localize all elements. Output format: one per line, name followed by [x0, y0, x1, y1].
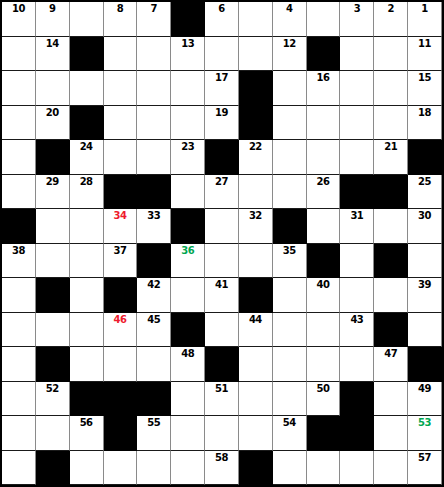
- black-cell-r6c12: [374, 175, 408, 210]
- cell-r3c11[interactable]: [340, 71, 374, 106]
- cell-r11c5[interactable]: [137, 347, 171, 382]
- cell-r3c4[interactable]: [104, 71, 138, 106]
- clue-number-45: 45: [137, 314, 170, 325]
- clue-number-38: 38: [2, 245, 35, 256]
- cell-r9c10[interactable]: 40: [307, 278, 341, 313]
- cell-r3c6[interactable]: [171, 71, 205, 106]
- cell-r7c2[interactable]: [36, 209, 70, 244]
- black-cell-r3c8: [239, 71, 273, 106]
- cell-r11c12[interactable]: 47: [374, 347, 408, 382]
- cell-r10c10[interactable]: [307, 313, 341, 348]
- black-cell-r9c4: [104, 278, 138, 313]
- cell-r5c1[interactable]: [2, 140, 36, 175]
- cell-r6c6[interactable]: [171, 175, 205, 210]
- cell-r10c8[interactable]: 44: [239, 313, 273, 348]
- cell-r10c2[interactable]: [36, 313, 70, 348]
- cell-r3c10[interactable]: 16: [307, 71, 341, 106]
- black-cell-r11c7: [205, 347, 239, 382]
- cell-r12c12[interactable]: [374, 382, 408, 417]
- black-cell-r4c3: [70, 106, 104, 141]
- cell-r9c1[interactable]: [2, 278, 36, 313]
- clue-number-53: 53: [408, 417, 441, 428]
- clue-number-21: 21: [374, 141, 407, 152]
- cell-r8c6[interactable]: 36: [171, 244, 205, 279]
- clue-number-34: 34: [104, 210, 137, 221]
- cell-r1c1[interactable]: 10: [2, 2, 36, 37]
- cell-r7c10[interactable]: [307, 209, 341, 244]
- cell-r6c3[interactable]: 28: [70, 175, 104, 210]
- cell-r10c4[interactable]: 46: [104, 313, 138, 348]
- cell-r4c5[interactable]: [137, 106, 171, 141]
- cell-r13c7[interactable]: [205, 416, 239, 451]
- cell-r3c7[interactable]: 17: [205, 71, 239, 106]
- cell-r1c4[interactable]: 8: [104, 2, 138, 37]
- cell-r8c1[interactable]: 38: [2, 244, 36, 279]
- clue-number-47: 47: [374, 348, 407, 359]
- cell-r2c12[interactable]: [374, 37, 408, 72]
- cell-r13c12[interactable]: [374, 416, 408, 451]
- clue-number-10: 10: [2, 3, 35, 14]
- black-cell-r8c12: [374, 244, 408, 279]
- clue-number-46: 46: [104, 314, 137, 325]
- cell-r3c5[interactable]: [137, 71, 171, 106]
- cell-r8c7[interactable]: [205, 244, 239, 279]
- cell-r7c8[interactable]: 32: [239, 209, 273, 244]
- cell-r14c4[interactable]: [104, 451, 138, 486]
- cell-r6c7[interactable]: 27: [205, 175, 239, 210]
- cell-r4c4[interactable]: [104, 106, 138, 141]
- cell-r3c2[interactable]: [36, 71, 70, 106]
- clue-number-19: 19: [205, 107, 238, 118]
- clue-number-36: 36: [171, 245, 204, 256]
- cell-r9c11[interactable]: [340, 278, 374, 313]
- cell-r14c6[interactable]: [171, 451, 205, 486]
- clue-number-8: 8: [104, 3, 137, 14]
- cell-r14c1[interactable]: [2, 451, 36, 486]
- clue-number-27: 27: [205, 176, 238, 187]
- cell-r14c3[interactable]: [70, 451, 104, 486]
- cell-r1c3[interactable]: [70, 2, 104, 37]
- clue-number-9: 9: [36, 3, 69, 14]
- cell-r12c13[interactable]: 49: [408, 382, 442, 417]
- black-cell-r11c13: [408, 347, 442, 382]
- black-cell-r8c5: [137, 244, 171, 279]
- cell-r13c6[interactable]: [171, 416, 205, 451]
- clue-number-41: 41: [205, 279, 238, 290]
- cell-r10c7[interactable]: [205, 313, 239, 348]
- cell-r5c6[interactable]: 23: [171, 140, 205, 175]
- clue-number-44: 44: [239, 314, 272, 325]
- clue-number-25: 25: [408, 176, 441, 187]
- cell-r3c13[interactable]: 15: [408, 71, 442, 106]
- cell-r10c9[interactable]: [273, 313, 307, 348]
- cell-r5c10[interactable]: [307, 140, 341, 175]
- black-cell-r14c2: [36, 451, 70, 486]
- cell-r7c7[interactable]: [205, 209, 239, 244]
- cell-r8c9[interactable]: 35: [273, 244, 307, 279]
- cell-r1c9[interactable]: 4: [273, 2, 307, 37]
- cell-r5c3[interactable]: 24: [70, 140, 104, 175]
- black-cell-r14c8: [239, 451, 273, 486]
- black-cell-r4c8: [239, 106, 273, 141]
- cell-r7c3[interactable]: [70, 209, 104, 244]
- cell-r6c8[interactable]: [239, 175, 273, 210]
- cell-r1c8[interactable]: [239, 2, 273, 37]
- cell-r4c1[interactable]: [2, 106, 36, 141]
- cell-r8c4[interactable]: 37: [104, 244, 138, 279]
- black-cell-r6c11: [340, 175, 374, 210]
- cell-r14c11[interactable]: [340, 451, 374, 486]
- clue-number-3: 3: [340, 3, 373, 14]
- cell-r9c12[interactable]: [374, 278, 408, 313]
- clue-number-28: 28: [70, 176, 103, 187]
- clue-number-24: 24: [70, 141, 103, 152]
- clue-number-30: 30: [408, 210, 441, 221]
- clue-number-4: 4: [273, 3, 306, 14]
- black-cell-r13c4: [104, 416, 138, 451]
- cell-r2c1[interactable]: [2, 37, 36, 72]
- cell-r1c10[interactable]: [307, 2, 341, 37]
- black-cell-r7c9: [273, 209, 307, 244]
- cell-r13c5[interactable]: 55: [137, 416, 171, 451]
- cell-r11c11[interactable]: [340, 347, 374, 382]
- clue-number-17: 17: [205, 72, 238, 83]
- clue-number-50: 50: [307, 383, 340, 394]
- black-cell-r10c12: [374, 313, 408, 348]
- cell-r7c5[interactable]: 33: [137, 209, 171, 244]
- crossword-grid: 1098764321141312111716152019182423222129…: [0, 0, 444, 487]
- cell-r12c9[interactable]: [273, 382, 307, 417]
- black-cell-r5c7: [205, 140, 239, 175]
- clue-number-52: 52: [36, 383, 69, 394]
- cell-r1c12[interactable]: 2: [374, 2, 408, 37]
- cell-r2c6[interactable]: 13: [171, 37, 205, 72]
- black-cell-r6c4: [104, 175, 138, 210]
- cell-r9c5[interactable]: 42: [137, 278, 171, 313]
- clue-number-12: 12: [273, 38, 306, 49]
- clue-number-1: 1: [408, 3, 441, 14]
- cell-r3c3[interactable]: [70, 71, 104, 106]
- cell-r9c9[interactable]: [273, 278, 307, 313]
- cell-r13c1[interactable]: [2, 416, 36, 451]
- clue-number-32: 32: [239, 210, 272, 221]
- cell-r13c3[interactable]: 56: [70, 416, 104, 451]
- black-cell-r11c2: [36, 347, 70, 382]
- clue-number-40: 40: [307, 279, 340, 290]
- black-cell-r9c2: [36, 278, 70, 313]
- cell-r10c1[interactable]: [2, 313, 36, 348]
- cell-r4c9[interactable]: [273, 106, 307, 141]
- cell-r11c9[interactable]: [273, 347, 307, 382]
- cell-r7c13[interactable]: 30: [408, 209, 442, 244]
- clue-number-37: 37: [104, 245, 137, 256]
- clue-number-18: 18: [408, 107, 441, 118]
- cell-r5c11[interactable]: [340, 140, 374, 175]
- black-cell-r12c11: [340, 382, 374, 417]
- cell-r13c2[interactable]: [36, 416, 70, 451]
- black-cell-r2c10: [307, 37, 341, 72]
- cell-r6c13[interactable]: 25: [408, 175, 442, 210]
- cell-r12c6[interactable]: [171, 382, 205, 417]
- cell-r5c8[interactable]: 22: [239, 140, 273, 175]
- cell-r11c10[interactable]: [307, 347, 341, 382]
- black-cell-r12c3: [70, 382, 104, 417]
- cell-r2c8[interactable]: [239, 37, 273, 72]
- cell-r6c10[interactable]: 26: [307, 175, 341, 210]
- cell-r1c13[interactable]: 1: [408, 2, 442, 37]
- clue-number-39: 39: [408, 279, 441, 290]
- cell-r12c7[interactable]: 51: [205, 382, 239, 417]
- cell-r5c12[interactable]: 21: [374, 140, 408, 175]
- cell-r4c12[interactable]: [374, 106, 408, 141]
- cell-r11c1[interactable]: [2, 347, 36, 382]
- cell-r5c4[interactable]: [104, 140, 138, 175]
- clue-number-16: 16: [307, 72, 340, 83]
- cell-r1c11[interactable]: 3: [340, 2, 374, 37]
- black-cell-r8c10: [307, 244, 341, 279]
- cell-r6c2[interactable]: 29: [36, 175, 70, 210]
- cell-r12c10[interactable]: 50: [307, 382, 341, 417]
- cell-r4c11[interactable]: [340, 106, 374, 141]
- clue-number-33: 33: [137, 210, 170, 221]
- clue-number-6: 6: [205, 3, 238, 14]
- cell-r4c13[interactable]: 18: [408, 106, 442, 141]
- black-cell-r5c2: [36, 140, 70, 175]
- cell-r1c2[interactable]: 9: [36, 2, 70, 37]
- clue-number-23: 23: [171, 141, 204, 152]
- cell-r9c6[interactable]: [171, 278, 205, 313]
- cell-r2c4[interactable]: [104, 37, 138, 72]
- clue-number-57: 57: [408, 452, 441, 463]
- clue-number-54: 54: [273, 417, 306, 428]
- cell-r10c11[interactable]: 43: [340, 313, 374, 348]
- clue-number-26: 26: [307, 176, 340, 187]
- cell-r11c4[interactable]: [104, 347, 138, 382]
- cell-r8c11[interactable]: [340, 244, 374, 279]
- cell-r10c3[interactable]: [70, 313, 104, 348]
- clue-number-42: 42: [137, 279, 170, 290]
- black-cell-r13c10: [307, 416, 341, 451]
- cell-r7c12[interactable]: [374, 209, 408, 244]
- clue-number-55: 55: [137, 417, 170, 428]
- clue-number-43: 43: [340, 314, 373, 325]
- cell-r9c3[interactable]: [70, 278, 104, 313]
- clue-number-29: 29: [36, 176, 69, 187]
- cell-r5c5[interactable]: [137, 140, 171, 175]
- cell-r12c2[interactable]: 52: [36, 382, 70, 417]
- cell-r8c2[interactable]: [36, 244, 70, 279]
- cell-r2c7[interactable]: [205, 37, 239, 72]
- cell-r13c13[interactable]: 53: [408, 416, 442, 451]
- black-cell-r1c6: [171, 2, 205, 37]
- clue-number-51: 51: [205, 383, 238, 394]
- clue-number-13: 13: [171, 38, 204, 49]
- cell-r9c7[interactable]: 41: [205, 278, 239, 313]
- black-cell-r12c5: [137, 382, 171, 417]
- clue-number-7: 7: [137, 3, 170, 14]
- cell-r13c9[interactable]: 54: [273, 416, 307, 451]
- cell-r3c12[interactable]: [374, 71, 408, 106]
- cell-r11c3[interactable]: [70, 347, 104, 382]
- black-cell-r6c5: [137, 175, 171, 210]
- cell-r2c13[interactable]: 11: [408, 37, 442, 72]
- cell-r8c8[interactable]: [239, 244, 273, 279]
- cell-r2c11[interactable]: [340, 37, 374, 72]
- cell-r13c8[interactable]: [239, 416, 273, 451]
- clue-number-58: 58: [205, 452, 238, 463]
- cell-r14c10[interactable]: [307, 451, 341, 486]
- cell-r4c7[interactable]: 19: [205, 106, 239, 141]
- cell-r12c1[interactable]: [2, 382, 36, 417]
- black-cell-r7c1: [2, 209, 36, 244]
- cell-r8c13[interactable]: [408, 244, 442, 279]
- cell-r14c13[interactable]: 57: [408, 451, 442, 486]
- cell-r3c1[interactable]: [2, 71, 36, 106]
- cell-r12c8[interactable]: [239, 382, 273, 417]
- clue-number-15: 15: [408, 72, 441, 83]
- cell-r6c9[interactable]: [273, 175, 307, 210]
- cell-r11c6[interactable]: 48: [171, 347, 205, 382]
- cell-r5c9[interactable]: [273, 140, 307, 175]
- cell-r10c5[interactable]: 45: [137, 313, 171, 348]
- clue-number-14: 14: [36, 38, 69, 49]
- cell-r10c13[interactable]: [408, 313, 442, 348]
- cell-r3c9[interactable]: [273, 71, 307, 106]
- cell-r4c2[interactable]: 20: [36, 106, 70, 141]
- clue-number-48: 48: [171, 348, 204, 359]
- cell-r7c4[interactable]: 34: [104, 209, 138, 244]
- cell-r1c5[interactable]: 7: [137, 2, 171, 37]
- cell-r4c6[interactable]: [171, 106, 205, 141]
- clue-number-20: 20: [36, 107, 69, 118]
- cell-r2c2[interactable]: 14: [36, 37, 70, 72]
- cell-r7c11[interactable]: 31: [340, 209, 374, 244]
- clue-number-35: 35: [273, 245, 306, 256]
- clue-number-2: 2: [374, 3, 407, 14]
- cell-r14c12[interactable]: [374, 451, 408, 486]
- clue-number-31: 31: [340, 210, 373, 221]
- black-cell-r7c6: [171, 209, 205, 244]
- cell-r2c5[interactable]: [137, 37, 171, 72]
- cell-r14c5[interactable]: [137, 451, 171, 486]
- clue-number-56: 56: [70, 417, 103, 428]
- black-cell-r12c4: [104, 382, 138, 417]
- cell-r1c7[interactable]: 6: [205, 2, 239, 37]
- cell-r9c13[interactable]: 39: [408, 278, 442, 313]
- cell-r11c8[interactable]: [239, 347, 273, 382]
- black-cell-r9c8: [239, 278, 273, 313]
- black-cell-r10c6: [171, 313, 205, 348]
- clue-number-22: 22: [239, 141, 272, 152]
- cell-r2c9[interactable]: 12: [273, 37, 307, 72]
- black-cell-r2c3: [70, 37, 104, 72]
- cell-r6c1[interactable]: [2, 175, 36, 210]
- clue-number-49: 49: [408, 383, 441, 394]
- cell-r4c10[interactable]: [307, 106, 341, 141]
- black-cell-r5c13: [408, 140, 442, 175]
- cell-r8c3[interactable]: [70, 244, 104, 279]
- cell-r14c9[interactable]: [273, 451, 307, 486]
- black-cell-r13c11: [340, 416, 374, 451]
- cell-r14c7[interactable]: 58: [205, 451, 239, 486]
- clue-number-11: 11: [408, 38, 441, 49]
